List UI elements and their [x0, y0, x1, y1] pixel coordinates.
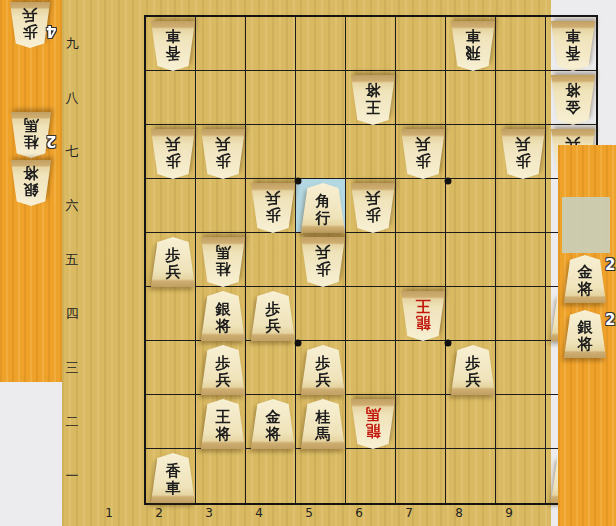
piece-kanji: 銀将	[200, 291, 246, 341]
shogi-board-grid: 香車飛車香車王将金将歩兵歩兵歩兵歩兵歩兵歩兵角行歩兵歩兵桂馬歩兵銀将歩兵龍王歩兵…	[144, 15, 598, 505]
board-cell[interactable]	[146, 341, 196, 395]
shogi-piece[interactable]: 銀将	[563, 310, 607, 358]
piece-kanji: 歩兵	[150, 129, 196, 179]
board-cell[interactable]	[296, 17, 346, 71]
board-cell[interactable]	[346, 287, 396, 341]
piece-kanji: 歩兵	[9, 2, 51, 48]
shogi-piece[interactable]: 香車	[150, 21, 196, 71]
shogi-piece[interactable]: 歩兵	[300, 237, 346, 287]
shogi-piece[interactable]: 金将	[250, 399, 296, 449]
piece-kanji: 龍王	[400, 291, 446, 341]
piece-kanji: 銀将	[563, 310, 607, 358]
board-cell[interactable]	[396, 71, 446, 125]
shogi-piece[interactable]: 香車	[550, 21, 596, 71]
board-cell[interactable]	[446, 233, 496, 287]
shogi-piece[interactable]: 龍馬	[350, 399, 396, 449]
board-cell[interactable]	[296, 287, 346, 341]
shogi-piece[interactable]: 金将	[563, 255, 607, 303]
board-cell[interactable]	[146, 395, 196, 449]
shogi-piece[interactable]: 歩兵	[200, 345, 246, 395]
shogi-piece[interactable]: 歩兵	[350, 183, 396, 233]
piece-kanji: 銀将	[10, 160, 52, 206]
board-cell[interactable]	[246, 449, 296, 503]
shogi-piece[interactable]: 歩兵	[300, 345, 346, 395]
board-cell[interactable]	[196, 179, 246, 233]
board-cell[interactable]	[446, 395, 496, 449]
piece-kanji: 歩兵	[250, 291, 296, 341]
piece-kanji: 歩兵	[450, 345, 496, 395]
board-cell[interactable]	[246, 125, 296, 179]
board-cell[interactable]	[396, 395, 446, 449]
shogi-piece[interactable]: 龍王	[400, 291, 446, 341]
shogi-piece[interactable]: 歩兵	[250, 183, 296, 233]
piece-kanji: 歩兵	[500, 129, 546, 179]
piece-kanji: 金将	[563, 255, 607, 303]
board-cell[interactable]	[446, 287, 496, 341]
board-cell[interactable]	[346, 341, 396, 395]
file-label: 5	[284, 506, 334, 520]
piece-kanji: 香車	[550, 21, 596, 71]
board-cell[interactable]	[146, 287, 196, 341]
shogi-piece[interactable]: 桂馬	[200, 237, 246, 287]
piece-kanji: 歩兵	[150, 237, 196, 287]
hand-count-badge: 2	[46, 132, 56, 150]
shogi-piece[interactable]: 角行	[300, 183, 346, 233]
board-cell[interactable]	[396, 233, 446, 287]
piece-kanji: 王将	[200, 399, 246, 449]
board-cell[interactable]	[446, 71, 496, 125]
board-cell[interactable]	[196, 449, 246, 503]
shogi-piece[interactable]: 銀将	[200, 291, 246, 341]
piece-kanji: 歩兵	[300, 237, 346, 287]
board-cell[interactable]	[146, 179, 196, 233]
board-cell[interactable]	[246, 341, 296, 395]
piece-kanji: 金将	[550, 75, 596, 125]
shogi-piece[interactable]: 桂馬	[300, 399, 346, 449]
rank-label: 五	[62, 251, 82, 269]
rank-label: 二	[62, 413, 82, 431]
board-cell[interactable]	[446, 179, 496, 233]
piece-kanji: 歩兵	[350, 183, 396, 233]
board-cell[interactable]	[396, 449, 446, 503]
shogi-piece[interactable]: 金将	[550, 75, 596, 125]
rank-label: 七	[62, 143, 82, 161]
piece-kanji: 角行	[300, 183, 346, 233]
gote-hand-tray: 金将2銀将2	[558, 145, 616, 526]
piece-kanji: 桂馬	[200, 237, 246, 287]
board-cell[interactable]	[296, 71, 346, 125]
piece-kanji: 王将	[350, 75, 396, 125]
board-cell[interactable]	[196, 17, 246, 71]
board-cell[interactable]	[496, 341, 546, 395]
board-cell[interactable]	[296, 125, 346, 179]
piece-kanji: 歩兵	[200, 129, 246, 179]
file-label: 4	[234, 506, 284, 520]
board-cell[interactable]	[496, 449, 546, 503]
file-label: 9	[484, 506, 534, 520]
shogi-piece[interactable]: 香車	[150, 453, 196, 503]
board-cell[interactable]	[396, 341, 446, 395]
empty-hand-slot-highlight[interactable]	[562, 197, 610, 253]
file-label: 2	[134, 506, 184, 520]
shogi-piece[interactable]: 飛車	[450, 21, 496, 71]
board-cell[interactable]	[246, 233, 296, 287]
rank-label: 九	[62, 35, 82, 53]
board-cell[interactable]	[496, 287, 546, 341]
piece-kanji: 歩兵	[400, 129, 446, 179]
piece-kanji: 歩兵	[300, 345, 346, 395]
shogi-piece[interactable]: 歩兵	[9, 2, 51, 48]
file-label: 8	[434, 506, 484, 520]
piece-kanji: 香車	[150, 453, 196, 503]
file-label: 1	[84, 506, 134, 520]
shogi-piece[interactable]: 銀将	[10, 160, 52, 206]
shogi-piece[interactable]: 王将	[350, 75, 396, 125]
board-cell[interactable]	[496, 17, 546, 71]
shogi-piece[interactable]: 王将	[200, 399, 246, 449]
piece-kanji: 桂馬	[300, 399, 346, 449]
hand-count-badge: 2	[605, 311, 615, 329]
shogi-piece[interactable]: 歩兵	[200, 129, 246, 179]
board-cell[interactable]	[346, 125, 396, 179]
shogi-piece[interactable]: 歩兵	[400, 129, 446, 179]
rank-label: 六	[62, 197, 82, 215]
shogi-piece[interactable]: 歩兵	[150, 237, 196, 287]
board-cell[interactable]	[396, 179, 446, 233]
file-label: 7	[384, 506, 434, 520]
file-label: 6	[334, 506, 384, 520]
board-cell[interactable]	[496, 233, 546, 287]
board-cell[interactable]	[496, 395, 546, 449]
file-label: 3	[184, 506, 234, 520]
board-cell[interactable]	[346, 449, 396, 503]
rank-label: 三	[62, 359, 82, 377]
piece-kanji: 龍馬	[350, 399, 396, 449]
board-cell[interactable]	[446, 449, 496, 503]
board-cell[interactable]	[246, 71, 296, 125]
piece-kanji: 金将	[250, 399, 296, 449]
hand-count-badge: 2	[605, 256, 615, 274]
piece-kanji: 香車	[150, 21, 196, 71]
piece-kanji: 歩兵	[200, 345, 246, 395]
rank-label: 八	[62, 89, 82, 107]
shogi-piece[interactable]: 歩兵	[150, 129, 196, 179]
board-cell[interactable]	[496, 179, 546, 233]
board-cell[interactable]	[446, 125, 496, 179]
rank-label: 四	[62, 305, 82, 323]
piece-kanji: 歩兵	[250, 183, 296, 233]
board-cell[interactable]	[496, 71, 546, 125]
shogi-piece[interactable]: 歩兵	[250, 291, 296, 341]
board-cell[interactable]	[346, 233, 396, 287]
rank-label: 一	[62, 467, 82, 485]
piece-kanji: 飛車	[450, 21, 496, 71]
shogi-piece[interactable]: 歩兵	[500, 129, 546, 179]
shogi-board-panel: 香車飛車香車王将金将歩兵歩兵歩兵歩兵歩兵歩兵角行歩兵歩兵桂馬歩兵銀将歩兵龍王歩兵…	[62, 0, 551, 526]
shogi-piece[interactable]: 歩兵	[450, 345, 496, 395]
board-cell[interactable]	[396, 17, 446, 71]
board-cell[interactable]	[196, 71, 246, 125]
board-cell[interactable]	[346, 17, 396, 71]
board-cell[interactable]	[296, 449, 346, 503]
board-cell[interactable]	[246, 17, 296, 71]
board-cell[interactable]	[146, 71, 196, 125]
sente-hand-tray: 歩兵4桂馬2銀将	[0, 0, 62, 382]
hand-count-badge: 4	[46, 22, 56, 40]
